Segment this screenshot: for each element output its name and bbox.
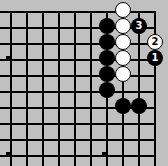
- stone-black[interactable]: [131, 98, 147, 114]
- stone-white[interactable]: [115, 2, 131, 18]
- grid-line-vertical: [58, 11, 60, 166]
- move-number-label: 1: [152, 53, 159, 63]
- stone-white[interactable]: [115, 66, 131, 82]
- stone-black[interactable]: [99, 66, 115, 82]
- grid-line-horizontal: [0, 75, 156, 77]
- stone-black[interactable]: [99, 82, 115, 98]
- move-number-label: 3: [136, 21, 143, 31]
- grid-line-horizontal: [0, 123, 156, 125]
- grid-line-horizontal: [0, 11, 156, 13]
- grid-line-horizontal: [0, 155, 156, 157]
- grid-line-vertical: [74, 11, 76, 166]
- grid-line-horizontal: [0, 59, 156, 61]
- stone-white[interactable]: [115, 18, 131, 34]
- grid-line-vertical: [26, 11, 28, 166]
- stone-black[interactable]: [99, 50, 115, 66]
- grid-line-horizontal: [0, 91, 156, 93]
- go-board[interactable]: 231: [0, 0, 168, 166]
- stone-black[interactable]: [115, 98, 131, 114]
- move-stone-white-2[interactable]: 2: [147, 34, 163, 50]
- stone-white[interactable]: [115, 34, 131, 50]
- stone-white[interactable]: [115, 50, 131, 66]
- grid-line-vertical: [138, 11, 140, 166]
- grid-line-vertical: [90, 11, 92, 166]
- star-point: [102, 152, 106, 156]
- stone-black[interactable]: [99, 34, 115, 50]
- grid-line-vertical: [10, 11, 12, 166]
- star-point: [6, 56, 10, 60]
- stone-black[interactable]: [99, 18, 115, 34]
- move-stone-black-1[interactable]: 1: [147, 50, 163, 66]
- move-stone-black-3[interactable]: 3: [131, 18, 147, 34]
- grid-line-horizontal: [0, 43, 156, 45]
- move-number-label: 2: [152, 37, 159, 47]
- star-point: [6, 152, 10, 156]
- grid-line-horizontal: [0, 139, 156, 141]
- grid-line-vertical: [42, 11, 44, 166]
